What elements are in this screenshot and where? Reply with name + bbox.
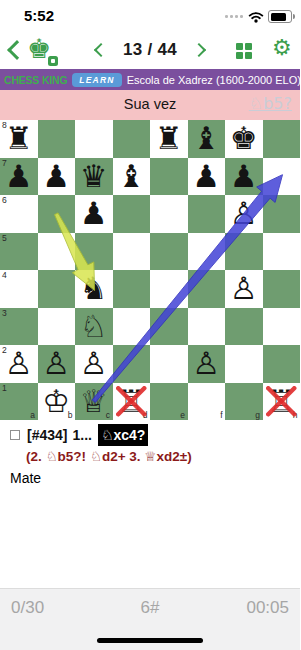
square-d2[interactable] bbox=[113, 345, 151, 383]
square-b3[interactable] bbox=[38, 308, 76, 346]
current-move[interactable]: ♘xc4? bbox=[98, 424, 148, 446]
square-a4[interactable]: 4 bbox=[0, 270, 38, 308]
square-g7[interactable]: ♟ bbox=[225, 158, 263, 196]
course-title: Escola de Xadrez (1600-2000 ELO) bbox=[127, 74, 300, 86]
square-d7[interactable]: ♝ bbox=[113, 158, 151, 196]
square-h7[interactable] bbox=[263, 158, 301, 196]
cellular-signal-icon bbox=[225, 15, 243, 18]
square-d4[interactable] bbox=[113, 270, 151, 308]
next-puzzle-button[interactable] bbox=[192, 42, 206, 56]
square-c3[interactable]: ♘ bbox=[75, 308, 113, 346]
square-g4[interactable]: ♙ bbox=[225, 270, 263, 308]
square-d8[interactable] bbox=[113, 120, 151, 158]
clock-time: 5:52 bbox=[24, 7, 54, 24]
piece-black-b: ♝ bbox=[188, 120, 226, 158]
piece-white-q: ♕ bbox=[75, 383, 113, 421]
home-indicator bbox=[97, 638, 203, 643]
square-f8[interactable]: ♝ bbox=[188, 120, 226, 158]
rank-label-1: 1 bbox=[2, 383, 7, 393]
piece-white-p: ♙ bbox=[75, 345, 113, 383]
square-f5[interactable] bbox=[188, 233, 226, 271]
piece-black-r: ♜ bbox=[150, 120, 188, 158]
square-e1[interactable]: e bbox=[150, 383, 188, 421]
square-a6[interactable]: 6 bbox=[0, 195, 38, 233]
piece-black-p: ♟ bbox=[225, 158, 263, 196]
square-d5[interactable] bbox=[113, 233, 151, 271]
previous-puzzle-button[interactable] bbox=[94, 42, 108, 56]
square-c4[interactable]: ♞ bbox=[75, 270, 113, 308]
square-a3[interactable]: 3 bbox=[0, 308, 38, 346]
task-id: [#434] bbox=[27, 425, 67, 445]
notation-main-line: [#434] 1... ♘xc4? bbox=[10, 424, 296, 446]
file-label-a: a bbox=[30, 410, 35, 420]
file-label-e: e bbox=[180, 410, 185, 420]
piece-black-p: ♟ bbox=[188, 158, 226, 196]
bottom-bar: 0/30 6# 00:05 bbox=[0, 588, 300, 650]
square-b4[interactable] bbox=[38, 270, 76, 308]
move-number: 1... bbox=[72, 425, 91, 445]
piece-black-p: ♟ bbox=[75, 195, 113, 233]
square-f4[interactable] bbox=[188, 270, 226, 308]
square-c2[interactable]: ♙ bbox=[75, 345, 113, 383]
puzzle-counter: 13 / 44 bbox=[123, 40, 177, 60]
square-b6[interactable] bbox=[38, 195, 76, 233]
square-f2[interactable]: ♙ bbox=[188, 345, 226, 383]
piece-white-p: ♙ bbox=[225, 270, 263, 308]
square-e8[interactable]: ♜ bbox=[150, 120, 188, 158]
chess-board[interactable]: 8♜♜♝♚7♟♟♛♝♟♟6♟♙54♞♙3♘2♙♙♙♙1ab♔c♕d♖efgh♖ bbox=[0, 120, 300, 420]
square-h4[interactable] bbox=[263, 270, 301, 308]
square-g6[interactable]: ♙ bbox=[225, 195, 263, 233]
square-e2[interactable] bbox=[150, 345, 188, 383]
square-b7[interactable]: ♟ bbox=[38, 158, 76, 196]
square-a2[interactable]: 2♙ bbox=[0, 345, 38, 383]
square-c1[interactable]: c♕ bbox=[75, 383, 113, 421]
timer: 00:05 bbox=[246, 598, 289, 618]
square-e6[interactable] bbox=[150, 195, 188, 233]
square-b2[interactable]: ♙ bbox=[38, 345, 76, 383]
square-g1[interactable]: g bbox=[225, 383, 263, 421]
variation-line[interactable]: (2. ♘b5?! ♘d2+ 3. ♕xd2±) bbox=[26, 448, 296, 466]
piece-white-n: ♘ bbox=[75, 308, 113, 346]
prompt-bar: Sua vez ♘b5? bbox=[0, 90, 300, 120]
square-c8[interactable] bbox=[75, 120, 113, 158]
file-label-f: f bbox=[220, 410, 222, 420]
piece-white-k: ♔ bbox=[38, 383, 76, 421]
square-h1[interactable]: h♖ bbox=[263, 383, 301, 421]
square-b1[interactable]: b♔ bbox=[38, 383, 76, 421]
result-text: Mate bbox=[10, 469, 296, 487]
settings-gear-icon[interactable]: ⚙ bbox=[272, 35, 292, 60]
notation-panel: [#434] 1... ♘xc4? (2. ♘b5?! ♘d2+ 3. ♕xd2… bbox=[10, 424, 296, 487]
square-g8[interactable]: ♚ bbox=[225, 120, 263, 158]
square-c5[interactable] bbox=[75, 233, 113, 271]
piece-black-p: ♟ bbox=[38, 158, 76, 196]
battery-icon bbox=[268, 10, 292, 23]
task-checkbox[interactable] bbox=[10, 430, 20, 440]
piece-white-p: ♙ bbox=[38, 345, 76, 383]
square-e4[interactable] bbox=[150, 270, 188, 308]
square-a8[interactable]: 8♜ bbox=[0, 120, 38, 158]
square-b8[interactable] bbox=[38, 120, 76, 158]
rank-label-5: 5 bbox=[2, 233, 7, 243]
square-a7[interactable]: 7♟ bbox=[0, 158, 38, 196]
square-g2[interactable] bbox=[225, 345, 263, 383]
hint-move-button[interactable]: ♘b5? bbox=[249, 94, 292, 113]
file-label-g: g bbox=[255, 410, 260, 420]
square-d6[interactable] bbox=[113, 195, 151, 233]
piece-black-b: ♝ bbox=[113, 158, 151, 196]
square-f6[interactable] bbox=[188, 195, 226, 233]
square-h3[interactable] bbox=[263, 308, 301, 346]
learn-badge: LEARN bbox=[72, 73, 121, 87]
puzzle-list-button[interactable] bbox=[236, 43, 252, 59]
wifi-icon bbox=[248, 11, 264, 23]
square-g5[interactable] bbox=[225, 233, 263, 271]
square-f3[interactable] bbox=[188, 308, 226, 346]
square-g3[interactable] bbox=[225, 308, 263, 346]
square-e3[interactable] bbox=[150, 308, 188, 346]
square-c6[interactable]: ♟ bbox=[75, 195, 113, 233]
rank-label-3: 3 bbox=[2, 308, 7, 318]
piece-black-n: ♞ bbox=[75, 270, 113, 308]
brand-name: CHESS KING bbox=[4, 74, 67, 86]
square-h5[interactable] bbox=[263, 233, 301, 271]
piece-black-r: ♜ bbox=[0, 120, 38, 158]
piece-white-r: ♖ bbox=[263, 383, 301, 421]
piece-black-k: ♚ bbox=[225, 120, 263, 158]
brand-banner: CHESS KING LEARN Escola de Xadrez (1600-… bbox=[0, 69, 300, 90]
piece-black-q: ♛ bbox=[75, 158, 113, 196]
piece-black-p: ♟ bbox=[0, 158, 38, 196]
square-c7[interactable]: ♛ bbox=[75, 158, 113, 196]
square-h6[interactable] bbox=[263, 195, 301, 233]
square-f1[interactable]: f bbox=[188, 383, 226, 421]
square-h8[interactable] bbox=[263, 120, 301, 158]
piece-white-p: ♙ bbox=[0, 345, 38, 383]
square-d1[interactable]: d♖ bbox=[113, 383, 151, 421]
toolbar: ♚ 13 / 44 ⚙ bbox=[0, 30, 300, 69]
square-f7[interactable]: ♟ bbox=[188, 158, 226, 196]
square-e5[interactable] bbox=[150, 233, 188, 271]
piece-white-r: ♖ bbox=[113, 383, 151, 421]
rank-label-6: 6 bbox=[2, 195, 7, 205]
puzzle-navigation: 13 / 44 bbox=[0, 30, 300, 69]
square-a5[interactable]: 5 bbox=[0, 233, 38, 271]
square-a1[interactable]: 1a bbox=[0, 383, 38, 421]
square-h2[interactable] bbox=[263, 345, 301, 383]
square-e7[interactable] bbox=[150, 158, 188, 196]
status-bar: 5:52 bbox=[0, 0, 300, 30]
status-icons bbox=[225, 10, 292, 23]
square-b5[interactable] bbox=[38, 233, 76, 271]
rank-label-4: 4 bbox=[2, 270, 7, 280]
piece-white-p: ♙ bbox=[225, 195, 263, 233]
square-d3[interactable] bbox=[113, 308, 151, 346]
piece-white-p: ♙ bbox=[188, 345, 226, 383]
